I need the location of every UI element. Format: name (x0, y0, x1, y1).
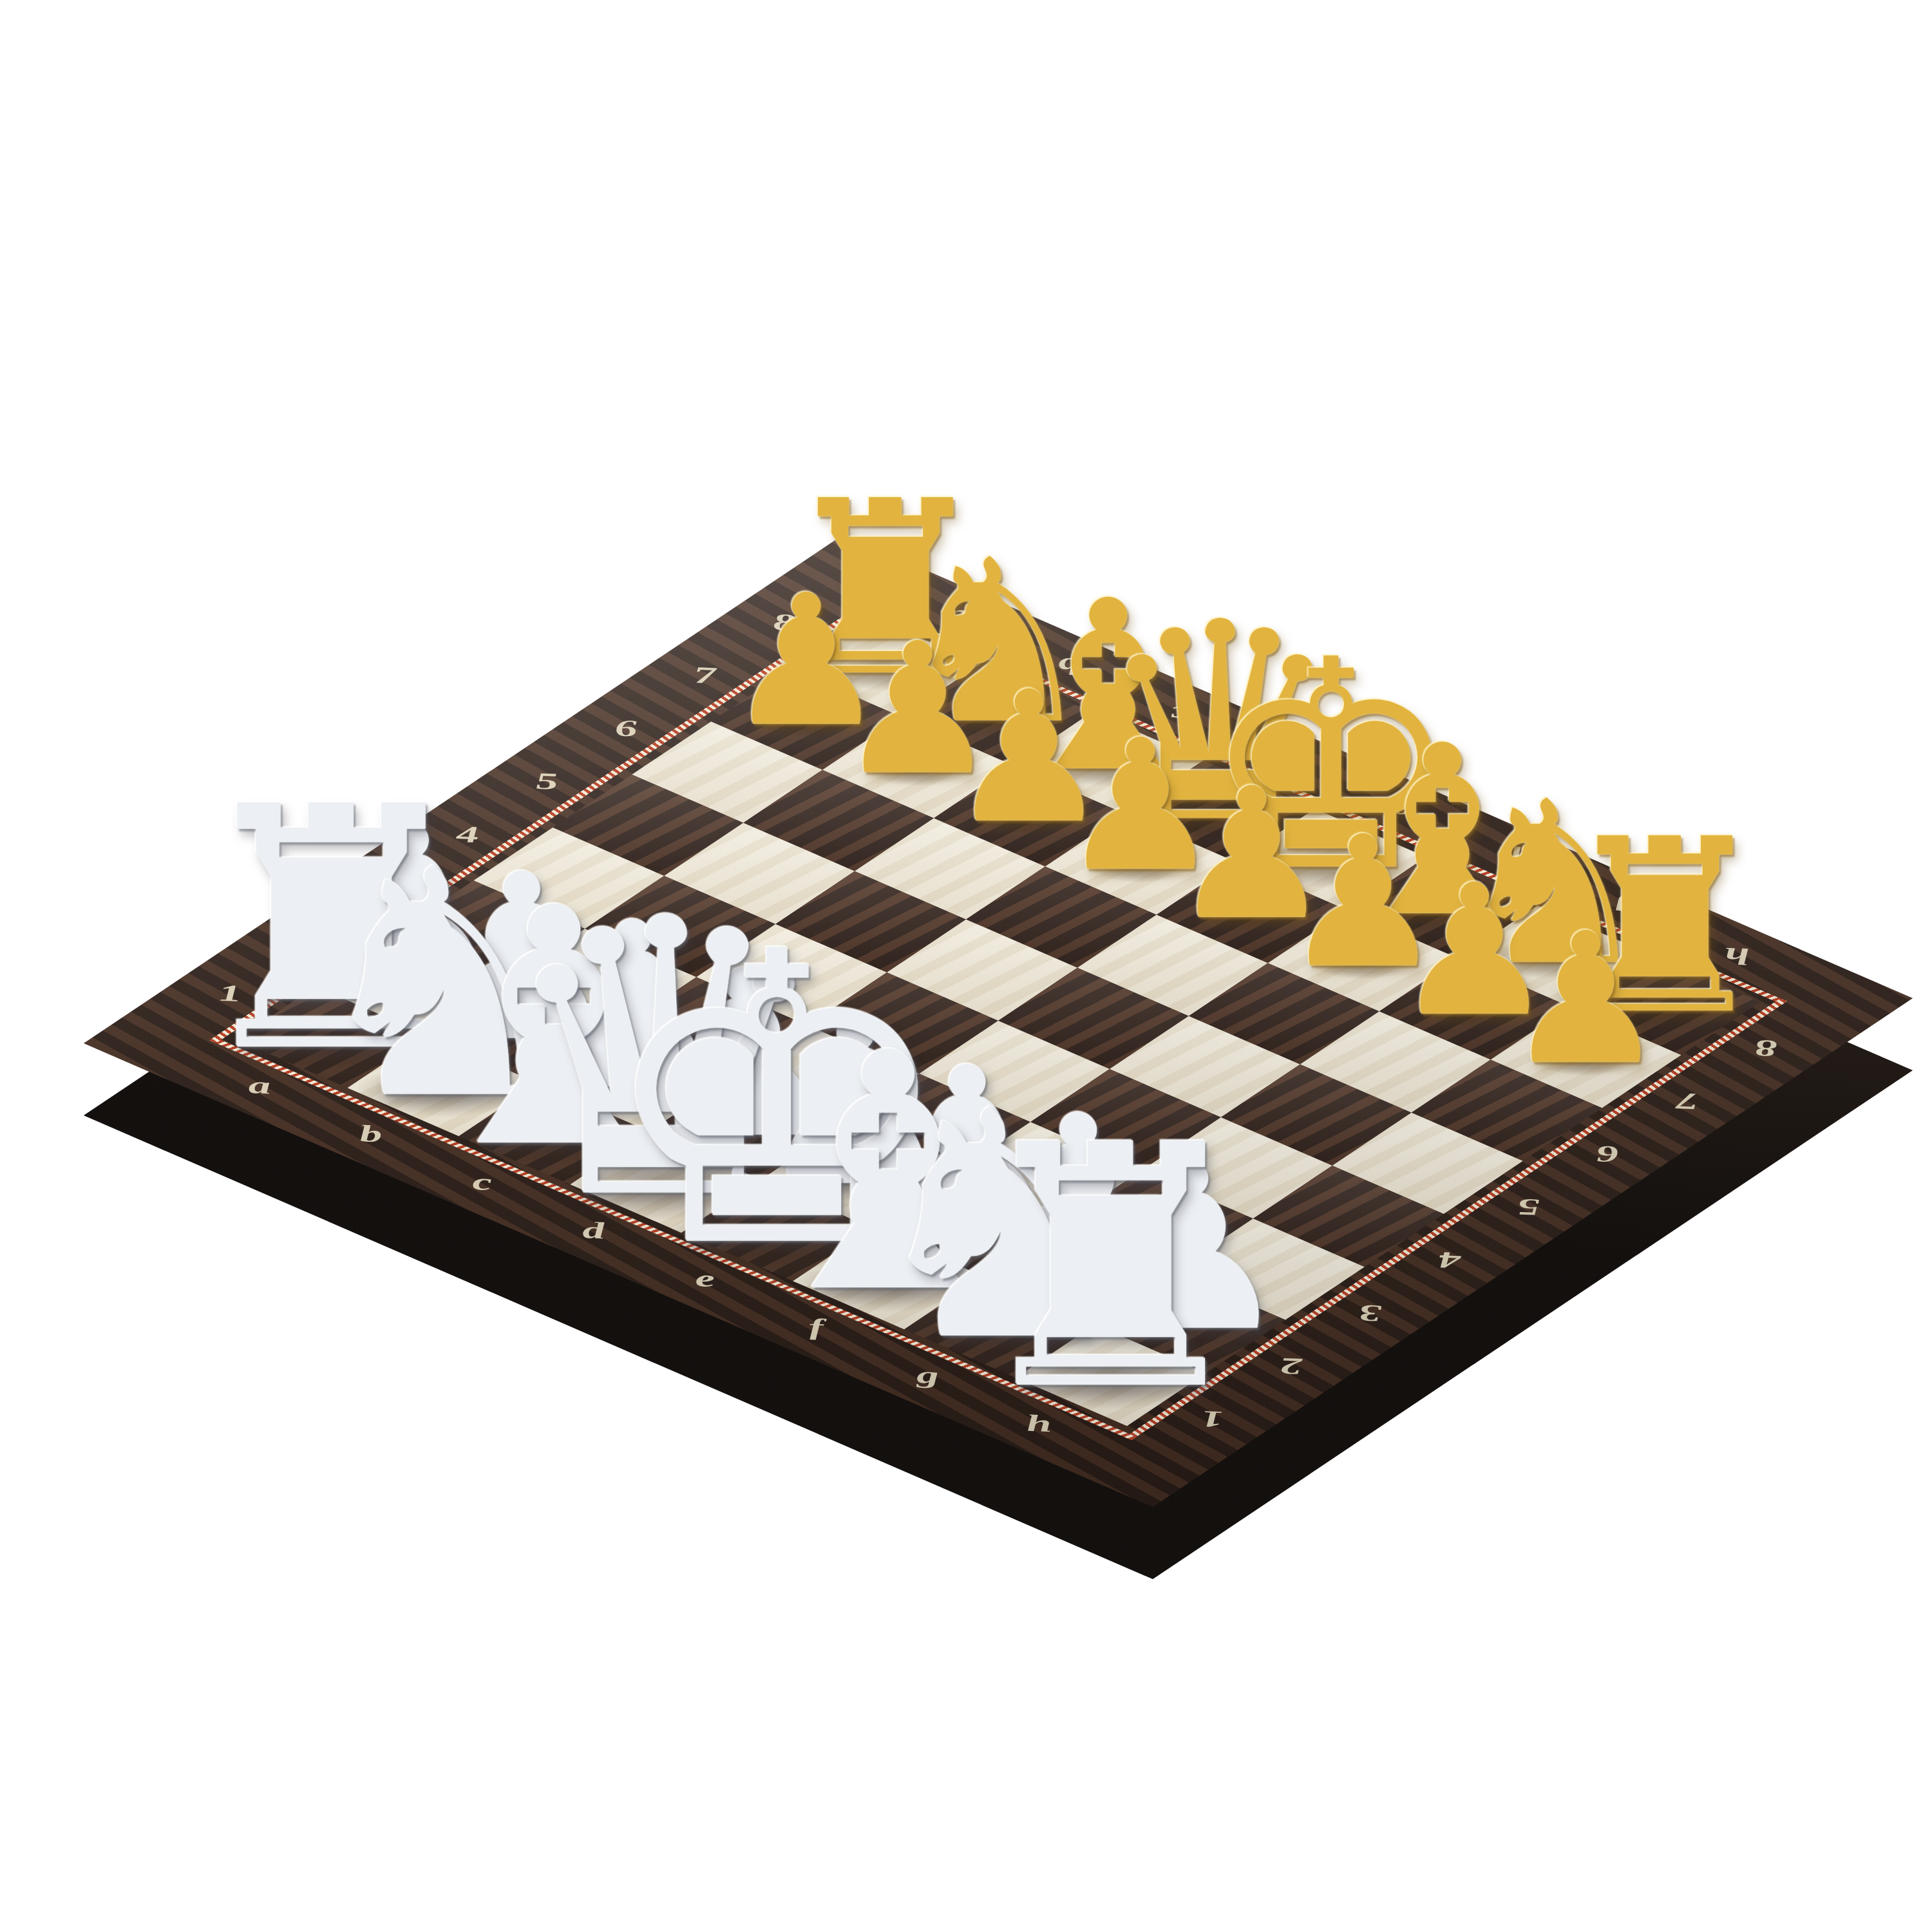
piece-gold-pawn[interactable]: ♟ (1505, 909, 1667, 1090)
rank-label-right-7: 7 (1675, 1087, 1700, 1115)
rank-label-left-5: 5 (535, 767, 560, 795)
rank-label-right-4: 4 (1437, 1246, 1463, 1274)
piece-silver-rook[interactable]: ♜ (961, 1101, 1260, 1435)
rank-label-left-6: 6 (614, 714, 639, 743)
rank-label-right-3: 3 (1358, 1299, 1383, 1327)
rank-label-right-6: 6 (1596, 1141, 1621, 1169)
rank-label-right-5: 5 (1517, 1193, 1542, 1222)
scene: aabbccddeeffgghh8877665544332211 ♜♞♝♛♚♝♞… (0, 0, 1932, 1932)
rank-label-left-7: 7 (692, 661, 717, 690)
